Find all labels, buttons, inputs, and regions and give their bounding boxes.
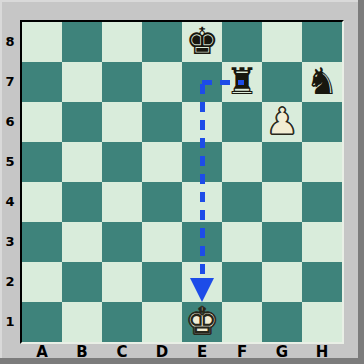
square-c5[interactable]	[102, 142, 142, 182]
square-d4[interactable]	[142, 182, 182, 222]
square-g5[interactable]	[262, 142, 302, 182]
file-label-h: H	[302, 342, 342, 362]
square-d2[interactable]	[142, 262, 182, 302]
file-label-f: F	[222, 342, 262, 362]
square-c7[interactable]	[102, 62, 142, 102]
piece-white-pawn-g6[interactable]: ♟	[262, 102, 302, 142]
square-b1[interactable]	[62, 302, 102, 342]
chess-board-frame: 87654321 ABCDEFGH ♚♜♞♟♚	[0, 0, 364, 364]
piece-white-king-e1[interactable]: ♚	[182, 302, 222, 342]
square-a8[interactable]	[22, 22, 62, 62]
board: ♚♜♞♟♚	[22, 22, 342, 342]
square-c1[interactable]	[102, 302, 142, 342]
square-d7[interactable]	[142, 62, 182, 102]
square-h1[interactable]	[302, 302, 342, 342]
square-h8[interactable]	[302, 22, 342, 62]
file-label-a: A	[22, 342, 62, 362]
move-arrow-vertical-segment	[200, 84, 205, 278]
square-b5[interactable]	[62, 142, 102, 182]
square-b8[interactable]	[62, 22, 102, 62]
move-arrow-head-icon	[190, 278, 214, 302]
file-label-g: G	[262, 342, 302, 362]
square-b3[interactable]	[62, 222, 102, 262]
rank-label-6: 6	[0, 102, 20, 142]
square-a6[interactable]	[22, 102, 62, 142]
square-f8[interactable]	[222, 22, 262, 62]
square-h6[interactable]	[302, 102, 342, 142]
square-h4[interactable]	[302, 182, 342, 222]
square-d5[interactable]	[142, 142, 182, 182]
square-f5[interactable]	[222, 142, 262, 182]
square-a3[interactable]	[22, 222, 62, 262]
square-h3[interactable]	[302, 222, 342, 262]
square-d8[interactable]	[142, 22, 182, 62]
square-d6[interactable]	[142, 102, 182, 142]
square-h5[interactable]	[302, 142, 342, 182]
square-d1[interactable]	[142, 302, 182, 342]
square-c4[interactable]	[102, 182, 142, 222]
piece-black-knight-h7[interactable]: ♞	[302, 62, 342, 102]
square-c3[interactable]	[102, 222, 142, 262]
board-border: ♚♜♞♟♚	[20, 20, 344, 344]
square-a2[interactable]	[22, 262, 62, 302]
file-labels: ABCDEFGH	[22, 342, 342, 362]
square-a4[interactable]	[22, 182, 62, 222]
square-b2[interactable]	[62, 262, 102, 302]
square-h2[interactable]	[302, 262, 342, 302]
square-a7[interactable]	[22, 62, 62, 102]
rank-label-4: 4	[0, 182, 20, 222]
rank-label-7: 7	[0, 62, 20, 102]
square-b4[interactable]	[62, 182, 102, 222]
square-f4[interactable]	[222, 182, 262, 222]
square-f1[interactable]	[222, 302, 262, 342]
square-c8[interactable]	[102, 22, 142, 62]
square-a1[interactable]	[22, 302, 62, 342]
rank-label-1: 1	[0, 302, 20, 342]
rank-labels: 87654321	[0, 22, 20, 342]
square-c6[interactable]	[102, 102, 142, 142]
square-b6[interactable]	[62, 102, 102, 142]
rank-label-5: 5	[0, 142, 20, 182]
square-f6[interactable]	[222, 102, 262, 142]
square-g7[interactable]	[262, 62, 302, 102]
file-label-e: E	[182, 342, 222, 362]
square-f3[interactable]	[222, 222, 262, 262]
file-label-d: D	[142, 342, 182, 362]
square-d3[interactable]	[142, 222, 182, 262]
square-a5[interactable]	[22, 142, 62, 182]
square-g2[interactable]	[262, 262, 302, 302]
square-c2[interactable]	[102, 262, 142, 302]
square-g4[interactable]	[262, 182, 302, 222]
square-b7[interactable]	[62, 62, 102, 102]
piece-black-king-e8[interactable]: ♚	[182, 22, 222, 62]
file-label-c: C	[102, 342, 142, 362]
rank-label-2: 2	[0, 262, 20, 302]
square-f2[interactable]	[222, 262, 262, 302]
square-g1[interactable]	[262, 302, 302, 342]
rank-label-3: 3	[0, 222, 20, 262]
file-label-b: B	[62, 342, 102, 362]
move-arrow-horizontal-segment	[202, 80, 244, 85]
rank-label-8: 8	[0, 22, 20, 62]
square-g8[interactable]	[262, 22, 302, 62]
square-g3[interactable]	[262, 222, 302, 262]
